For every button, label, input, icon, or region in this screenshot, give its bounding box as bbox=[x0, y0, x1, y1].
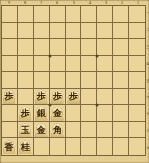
board-cell-3六[interactable] bbox=[97, 89, 113, 106]
board-cell-4六[interactable] bbox=[81, 89, 97, 106]
board-cell-7九[interactable] bbox=[34, 138, 50, 155]
board-cell-2九[interactable] bbox=[113, 138, 129, 155]
board-cell-4一[interactable] bbox=[81, 6, 97, 23]
board-cell-1六[interactable] bbox=[129, 89, 145, 106]
star-point bbox=[96, 54, 99, 57]
board-cell-9八[interactable] bbox=[2, 122, 18, 139]
board-cell-7二[interactable] bbox=[34, 23, 50, 40]
board-cell-8一[interactable] bbox=[18, 6, 34, 23]
file-label-9: 9 bbox=[8, 1, 10, 5]
board-cell-4八[interactable] bbox=[81, 122, 97, 139]
rank-label-5: 五 bbox=[146, 78, 149, 83]
board-cell-8二[interactable] bbox=[18, 23, 34, 40]
board-cell-3三[interactable] bbox=[97, 39, 113, 56]
file-label-5: 5 bbox=[72, 1, 74, 5]
rank-label-3: 三 bbox=[146, 45, 149, 50]
board-cell-6七[interactable] bbox=[50, 105, 66, 122]
board-cell-9一[interactable] bbox=[2, 6, 18, 23]
board-cell-5九[interactable] bbox=[66, 138, 82, 155]
board-cell-3九[interactable] bbox=[97, 138, 113, 155]
board-cell-1九[interactable] bbox=[129, 138, 145, 155]
board-cell-9三[interactable] bbox=[2, 39, 18, 56]
board-cell-1二[interactable] bbox=[129, 23, 145, 40]
board-cell-3一[interactable] bbox=[97, 6, 113, 23]
board-cell-6六[interactable] bbox=[50, 89, 66, 106]
board-cell-4七[interactable] bbox=[81, 105, 97, 122]
file-label-8: 8 bbox=[24, 1, 26, 5]
board-cell-5六[interactable] bbox=[66, 89, 82, 106]
board-cell-3八[interactable] bbox=[97, 122, 113, 139]
board-cell-6九[interactable] bbox=[50, 138, 66, 155]
board-cell-7三[interactable] bbox=[34, 39, 50, 56]
board-cell-1五[interactable] bbox=[129, 72, 145, 89]
board-cell-7六[interactable] bbox=[34, 89, 50, 106]
rank-label-1: 一 bbox=[146, 11, 149, 16]
board-cell-4四[interactable] bbox=[81, 56, 97, 73]
star-point bbox=[96, 104, 99, 107]
shogi-board-app: 歩歩歩歩歩銀金玉金角香桂 987654321一二三四五六七八九 bbox=[0, 0, 149, 163]
board-cell-5一[interactable] bbox=[66, 6, 82, 23]
board-cell-2五[interactable] bbox=[113, 72, 129, 89]
board-cell-6一[interactable] bbox=[50, 6, 66, 23]
board-cell-2四[interactable] bbox=[113, 56, 129, 73]
board-cell-4五[interactable] bbox=[81, 72, 97, 89]
rank-label-9: 九 bbox=[146, 145, 149, 150]
board-cell-6五[interactable] bbox=[50, 72, 66, 89]
board-cell-6三[interactable] bbox=[50, 39, 66, 56]
star-point bbox=[48, 104, 51, 107]
board-cell-9五[interactable] bbox=[2, 72, 18, 89]
board-cell-8八[interactable] bbox=[18, 122, 34, 139]
shogi-board bbox=[1, 5, 146, 156]
rank-label-6: 六 bbox=[146, 95, 149, 100]
board-cell-7五[interactable] bbox=[34, 72, 50, 89]
board-cell-2七[interactable] bbox=[113, 105, 129, 122]
board-cell-5四[interactable] bbox=[66, 56, 82, 73]
board-cell-2二[interactable] bbox=[113, 23, 129, 40]
board-cell-1三[interactable] bbox=[129, 39, 145, 56]
rank-label-7: 七 bbox=[146, 112, 149, 117]
board-cell-9六[interactable] bbox=[2, 89, 18, 106]
file-label-7: 7 bbox=[40, 1, 42, 5]
rank-label-4: 四 bbox=[146, 61, 149, 66]
board-cell-4九[interactable] bbox=[81, 138, 97, 155]
board-cell-8七[interactable] bbox=[18, 105, 34, 122]
star-point bbox=[48, 54, 51, 57]
rank-label-2: 二 bbox=[146, 28, 149, 33]
board-cell-2三[interactable] bbox=[113, 39, 129, 56]
board-cell-5二[interactable] bbox=[66, 23, 82, 40]
board-cell-5七[interactable] bbox=[66, 105, 82, 122]
board-cell-9二[interactable] bbox=[2, 23, 18, 40]
board-cell-7七[interactable] bbox=[34, 105, 50, 122]
board-cell-1一[interactable] bbox=[129, 6, 145, 23]
board-cell-8九[interactable] bbox=[18, 138, 34, 155]
board-cell-1七[interactable] bbox=[129, 105, 145, 122]
file-label-3: 3 bbox=[105, 1, 107, 5]
board-cell-6二[interactable] bbox=[50, 23, 66, 40]
file-label-2: 2 bbox=[121, 1, 123, 5]
board-cell-9四[interactable] bbox=[2, 56, 18, 73]
board-cell-7四[interactable] bbox=[34, 56, 50, 73]
file-label-6: 6 bbox=[56, 1, 58, 5]
board-cell-6四[interactable] bbox=[50, 56, 66, 73]
board-cell-2一[interactable] bbox=[113, 6, 129, 23]
board-cell-5三[interactable] bbox=[66, 39, 82, 56]
board-cell-2八[interactable] bbox=[113, 122, 129, 139]
board-cell-2六[interactable] bbox=[113, 89, 129, 106]
board-cell-3五[interactable] bbox=[97, 72, 113, 89]
board-cell-5八[interactable] bbox=[66, 122, 82, 139]
board-cell-3四[interactable] bbox=[97, 56, 113, 73]
board-cell-8五[interactable] bbox=[18, 72, 34, 89]
rank-label-8: 八 bbox=[146, 129, 149, 134]
board-cell-4三[interactable] bbox=[81, 39, 97, 56]
board-cell-7八[interactable] bbox=[34, 122, 50, 139]
file-label-4: 4 bbox=[89, 1, 91, 5]
board-cell-7一[interactable] bbox=[34, 6, 50, 23]
board-cell-8六[interactable] bbox=[18, 89, 34, 106]
file-label-1: 1 bbox=[137, 1, 139, 5]
board-cell-9九[interactable] bbox=[2, 138, 18, 155]
board-cell-3七[interactable] bbox=[97, 105, 113, 122]
board-cell-6八[interactable] bbox=[50, 122, 66, 139]
board-cell-4二[interactable] bbox=[81, 23, 97, 40]
board-cell-5五[interactable] bbox=[66, 72, 82, 89]
board-cell-8四[interactable] bbox=[18, 56, 34, 73]
board-cell-8三[interactable] bbox=[18, 39, 34, 56]
board-cell-9七[interactable] bbox=[2, 105, 18, 122]
board-cell-3二[interactable] bbox=[97, 23, 113, 40]
board-cell-1八[interactable] bbox=[129, 122, 145, 139]
board-cell-1四[interactable] bbox=[129, 56, 145, 73]
